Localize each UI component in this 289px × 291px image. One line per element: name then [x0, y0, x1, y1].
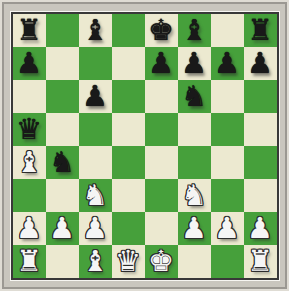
- square-b4[interactable]: ♞: [46, 146, 79, 179]
- square-d5[interactable]: [112, 113, 145, 146]
- piece-white-pawn[interactable]: ♟: [16, 212, 42, 245]
- square-d6[interactable]: [112, 80, 145, 113]
- piece-black-rook[interactable]: ♜: [247, 14, 273, 47]
- square-h5[interactable]: [244, 113, 277, 146]
- square-g3[interactable]: [211, 179, 244, 212]
- square-b5[interactable]: [46, 113, 79, 146]
- square-e4[interactable]: [145, 146, 178, 179]
- square-a3[interactable]: [13, 179, 46, 212]
- square-d7[interactable]: [112, 47, 145, 80]
- piece-black-bishop[interactable]: ♝: [181, 14, 207, 47]
- square-h4[interactable]: [244, 146, 277, 179]
- square-d1[interactable]: ♛: [112, 245, 145, 278]
- piece-white-knight[interactable]: ♞: [181, 179, 207, 212]
- square-e6[interactable]: [145, 80, 178, 113]
- piece-white-pawn[interactable]: ♟: [49, 212, 75, 245]
- square-b7[interactable]: [46, 47, 79, 80]
- square-a1[interactable]: ♜: [13, 245, 46, 278]
- piece-white-pawn[interactable]: ♟: [181, 212, 207, 245]
- piece-white-queen[interactable]: ♛: [115, 245, 141, 278]
- square-f6[interactable]: ♞: [178, 80, 211, 113]
- square-g5[interactable]: [211, 113, 244, 146]
- square-c5[interactable]: [79, 113, 112, 146]
- square-b8[interactable]: [46, 14, 79, 47]
- square-c8[interactable]: ♝: [79, 14, 112, 47]
- square-f1[interactable]: [178, 245, 211, 278]
- piece-black-rook[interactable]: ♜: [16, 14, 42, 47]
- square-b6[interactable]: [46, 80, 79, 113]
- square-c2[interactable]: ♟: [79, 212, 112, 245]
- square-e3[interactable]: [145, 179, 178, 212]
- piece-white-bishop[interactable]: ♝: [82, 245, 108, 278]
- square-a8[interactable]: ♜: [13, 14, 46, 47]
- square-f7[interactable]: ♟: [178, 47, 211, 80]
- piece-white-pawn[interactable]: ♟: [214, 212, 240, 245]
- square-h7[interactable]: ♟: [244, 47, 277, 80]
- piece-black-king[interactable]: ♚: [148, 14, 174, 47]
- piece-white-bishop[interactable]: ♝: [16, 146, 42, 179]
- piece-black-knight[interactable]: ♞: [49, 146, 75, 179]
- square-f4[interactable]: [178, 146, 211, 179]
- chess-board: ♜♝♚♝♜♟♟♟♟♟♟♞♛♝♞♞♞♟♟♟♟♟♟♜♝♛♚♜: [11, 12, 279, 280]
- piece-black-pawn[interactable]: ♟: [82, 80, 108, 113]
- piece-white-pawn[interactable]: ♟: [82, 212, 108, 245]
- piece-black-knight[interactable]: ♞: [181, 80, 207, 113]
- square-g1[interactable]: [211, 245, 244, 278]
- square-b1[interactable]: [46, 245, 79, 278]
- piece-black-queen[interactable]: ♛: [16, 113, 42, 146]
- square-d4[interactable]: [112, 146, 145, 179]
- square-d8[interactable]: [112, 14, 145, 47]
- piece-black-pawn[interactable]: ♟: [148, 47, 174, 80]
- square-d2[interactable]: [112, 212, 145, 245]
- square-c7[interactable]: [79, 47, 112, 80]
- square-h1[interactable]: ♜: [244, 245, 277, 278]
- piece-white-pawn[interactable]: ♟: [247, 212, 273, 245]
- piece-white-knight[interactable]: ♞: [82, 179, 108, 212]
- piece-black-pawn[interactable]: ♟: [247, 47, 273, 80]
- square-h6[interactable]: [244, 80, 277, 113]
- square-a4[interactable]: ♝: [13, 146, 46, 179]
- square-a6[interactable]: [13, 80, 46, 113]
- square-c1[interactable]: ♝: [79, 245, 112, 278]
- square-e8[interactable]: ♚: [145, 14, 178, 47]
- square-b3[interactable]: [46, 179, 79, 212]
- square-f2[interactable]: ♟: [178, 212, 211, 245]
- square-f8[interactable]: ♝: [178, 14, 211, 47]
- board-frame: ♜♝♚♝♜♟♟♟♟♟♟♞♛♝♞♞♞♟♟♟♟♟♟♜♝♛♚♜: [0, 0, 289, 291]
- square-f5[interactable]: [178, 113, 211, 146]
- piece-black-pawn[interactable]: ♟: [214, 47, 240, 80]
- square-g2[interactable]: ♟: [211, 212, 244, 245]
- square-c6[interactable]: ♟: [79, 80, 112, 113]
- piece-black-pawn[interactable]: ♟: [181, 47, 207, 80]
- piece-white-rook[interactable]: ♜: [16, 245, 42, 278]
- square-h2[interactable]: ♟: [244, 212, 277, 245]
- square-g6[interactable]: [211, 80, 244, 113]
- square-g7[interactable]: ♟: [211, 47, 244, 80]
- piece-black-bishop[interactable]: ♝: [82, 14, 108, 47]
- square-b2[interactable]: ♟: [46, 212, 79, 245]
- square-h3[interactable]: [244, 179, 277, 212]
- square-e7[interactable]: ♟: [145, 47, 178, 80]
- square-g8[interactable]: [211, 14, 244, 47]
- piece-black-pawn[interactable]: ♟: [16, 47, 42, 80]
- square-e5[interactable]: [145, 113, 178, 146]
- square-f3[interactable]: ♞: [178, 179, 211, 212]
- square-a7[interactable]: ♟: [13, 47, 46, 80]
- square-h8[interactable]: ♜: [244, 14, 277, 47]
- square-e1[interactable]: ♚: [145, 245, 178, 278]
- piece-white-rook[interactable]: ♜: [247, 245, 273, 278]
- piece-white-king[interactable]: ♚: [148, 245, 174, 278]
- square-e2[interactable]: [145, 212, 178, 245]
- square-d3[interactable]: [112, 179, 145, 212]
- square-g4[interactable]: [211, 146, 244, 179]
- square-c3[interactable]: ♞: [79, 179, 112, 212]
- square-c4[interactable]: [79, 146, 112, 179]
- square-a2[interactable]: ♟: [13, 212, 46, 245]
- square-a5[interactable]: ♛: [13, 113, 46, 146]
